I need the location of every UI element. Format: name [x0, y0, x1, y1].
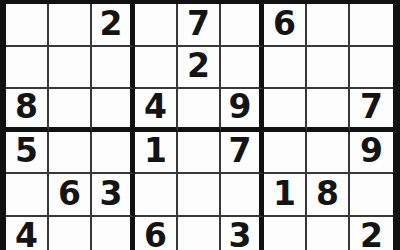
cell-r5c8: 8: [307, 174, 350, 217]
cell-r3c2: [49, 89, 92, 132]
given-digit: 3: [229, 219, 252, 250]
cell-r4c2: [49, 132, 92, 175]
cell-r1c6: [221, 4, 264, 47]
cell-r3c7: [264, 89, 307, 132]
cell-r4c5: [178, 132, 221, 175]
cell-r2c8: [307, 47, 350, 90]
cell-r1c4: [135, 4, 178, 47]
cell-r3c4: 4: [135, 89, 178, 132]
cell-r6c8: [307, 217, 350, 250]
cell-r3c6: 9: [221, 89, 264, 132]
cell-r6c1: 4: [6, 217, 49, 250]
given-digit: 1: [273, 177, 296, 210]
cell-r2c2: [49, 47, 92, 90]
cell-r3c3: [92, 89, 135, 132]
cell-r4c1: 5: [6, 132, 49, 175]
cell-r5c1: [6, 174, 49, 217]
cell-r5c5: [178, 174, 221, 217]
given-digit: 6: [58, 177, 81, 210]
given-digit: 2: [360, 219, 383, 250]
cell-r1c7: 6: [264, 4, 307, 47]
cell-r6c2: [49, 217, 92, 250]
cell-r3c1: 8: [6, 89, 49, 132]
cell-r2c7: [264, 47, 307, 90]
cell-r2c4: [135, 47, 178, 90]
cell-r5c3: 3: [92, 174, 135, 217]
given-digit: 1: [144, 134, 167, 167]
given-digit: 2: [187, 49, 210, 82]
cell-r6c9: 2: [350, 217, 393, 250]
sudoku-board: 27628497517963184632: [0, 0, 400, 250]
given-digit: 2: [100, 7, 123, 40]
cell-r4c6: 7: [221, 132, 264, 175]
given-digit: 8: [15, 90, 38, 123]
cell-r4c8: [307, 132, 350, 175]
given-digit: 7: [360, 90, 383, 123]
cell-r1c3: 2: [92, 4, 135, 47]
cell-r5c6: [221, 174, 264, 217]
cell-r6c5: [178, 217, 221, 250]
cell-r4c9: 9: [350, 132, 393, 175]
cell-r2c5: 2: [178, 47, 221, 90]
cell-r6c6: 3: [221, 217, 264, 250]
cell-r5c9: [350, 174, 393, 217]
sudoku-grid: 27628497517963184632: [6, 4, 393, 250]
given-digit: 6: [144, 219, 167, 250]
cell-r3c5: [178, 89, 221, 132]
sudoku-screenshot: 27628497517963184632: [0, 0, 400, 250]
cell-r1c1: [6, 4, 49, 47]
given-digit: 9: [360, 134, 383, 167]
cell-r1c9: [350, 4, 393, 47]
cell-r4c7: [264, 132, 307, 175]
cell-r2c3: [92, 47, 135, 90]
given-digit: 3: [100, 177, 123, 210]
given-digit: 7: [187, 7, 210, 40]
given-digit: 9: [229, 90, 252, 123]
cell-r5c4: [135, 174, 178, 217]
cell-r6c4: 6: [135, 217, 178, 250]
given-digit: 4: [144, 90, 167, 123]
cell-r1c2: [49, 4, 92, 47]
given-digit: 8: [316, 177, 339, 210]
cell-r2c1: [6, 47, 49, 90]
cell-r6c3: [92, 217, 135, 250]
cell-r4c3: [92, 132, 135, 175]
cell-r1c5: 7: [178, 4, 221, 47]
given-digit: 7: [229, 134, 252, 167]
cell-r3c8: [307, 89, 350, 132]
cell-r2c9: [350, 47, 393, 90]
cell-r6c7: [264, 217, 307, 250]
cell-r2c6: [221, 47, 264, 90]
cell-r3c9: 7: [350, 89, 393, 132]
cell-r5c2: 6: [49, 174, 92, 217]
given-digit: 6: [273, 7, 296, 40]
cell-r4c4: 1: [135, 132, 178, 175]
given-digit: 4: [15, 219, 38, 250]
given-digit: 5: [15, 134, 38, 167]
cell-r5c7: 1: [264, 174, 307, 217]
cell-r1c8: [307, 4, 350, 47]
